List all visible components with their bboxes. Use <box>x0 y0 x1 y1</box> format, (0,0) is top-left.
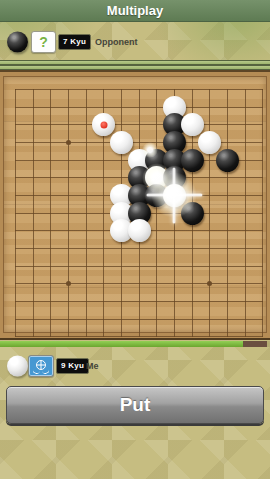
app-background: Multiplay ? 7 Kyu Opponent 9 Kyu Me Put <box>0 0 270 479</box>
me-rank-badge: 9 Kyu <box>56 358 89 374</box>
board-top-separator <box>0 60 270 70</box>
un-laurel-glyph <box>41 367 49 374</box>
black-stone <box>216 149 239 172</box>
black-stone <box>181 149 204 172</box>
board-field <box>3 76 267 333</box>
opponent-stone-icon <box>7 32 28 53</box>
star-point <box>66 281 71 286</box>
white-stone <box>198 131 221 154</box>
white-stone <box>92 113 115 136</box>
white-stone <box>128 219 151 242</box>
question-mark-icon: ? <box>32 32 55 52</box>
white-stone <box>163 184 186 207</box>
opponent-rank-badge: 7 Kyu <box>58 34 91 50</box>
timer-elapsed <box>243 341 267 347</box>
white-stone <box>110 131 133 154</box>
star-point <box>207 281 212 286</box>
star-point <box>66 140 71 145</box>
me-stone-icon <box>7 356 28 377</box>
separator-rail <box>0 66 270 69</box>
black-stone <box>181 202 204 225</box>
me-label: Me <box>86 361 99 371</box>
un-laurel-glyph <box>32 367 40 374</box>
un-flag-icon <box>28 355 54 377</box>
page-title: Multiplay <box>0 0 270 21</box>
opponent-label: Opponent <box>95 37 138 47</box>
board-grid[interactable] <box>15 89 263 337</box>
separator-rail <box>0 61 270 64</box>
timer-bar <box>0 341 270 347</box>
me-row: 9 Kyu Me <box>0 352 270 380</box>
opponent-avatar: ? <box>31 31 56 53</box>
put-button[interactable]: Put <box>6 386 264 424</box>
gomoku-board <box>0 70 270 340</box>
timer-remaining <box>0 341 243 347</box>
title-bar: Multiplay <box>0 0 270 22</box>
opponent-row: ? 7 Kyu Opponent <box>0 28 270 56</box>
last-move-marker <box>100 121 107 128</box>
white-stone <box>181 113 204 136</box>
